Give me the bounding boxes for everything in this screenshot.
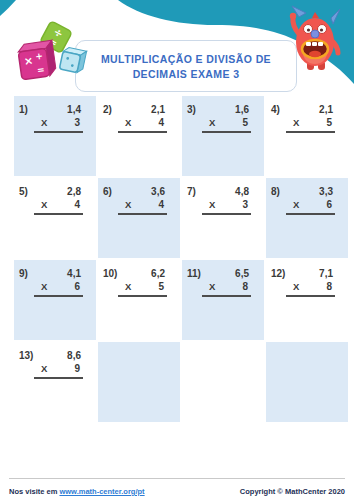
multiplier: 4 (158, 199, 164, 210)
problem-number: 10) (103, 268, 117, 279)
footer-visit-text: Nos visite em (9, 487, 57, 496)
multiplicand: 2,1 (319, 104, 333, 115)
multiply-sign: X (209, 281, 215, 292)
problem-cell-4: 4) 2,1 X 5 (266, 96, 348, 176)
multiply-sign: X (293, 281, 299, 292)
problems-grid: 1) 1,4 X 3 2) 2,1 X 4 3) 1,6 X 5 4) 2,1 … (14, 96, 348, 422)
answer-line (34, 295, 83, 297)
answer-line (286, 295, 335, 297)
problem-cell-11: 11) 6,5 X 8 (182, 260, 264, 340)
multiplicand: 1,6 (235, 104, 249, 115)
answer-line (202, 295, 251, 297)
svg-text:+: + (35, 51, 44, 62)
footer-copyright: Copyright © MathCenter 2020 (240, 487, 345, 496)
problem-number: 4) (271, 104, 280, 115)
problem-number: 7) (187, 186, 196, 197)
multiply-sign: X (209, 199, 215, 210)
multiply-sign: X (125, 199, 131, 210)
multiplier: 3 (242, 199, 248, 210)
multiplier: 4 (158, 117, 164, 128)
problem-cell-8: 8) 3,3 X 6 (266, 178, 348, 258)
multiplier: 8 (326, 281, 332, 292)
problem-number: 2) (103, 104, 112, 115)
multiply-sign: X (41, 363, 47, 374)
problem-number: 11) (187, 268, 201, 279)
footer-visit: Nos visite em www.math-center.org/pt (9, 487, 145, 496)
multiplicand: 6,5 (235, 268, 249, 279)
answer-line (202, 131, 251, 133)
problem-cell-3: 3) 1,6 X 5 (182, 96, 264, 176)
multiplicand: 8,6 (67, 350, 81, 361)
problem-cell-5: 5) 2,8 X 4 (14, 178, 96, 258)
multiplicand: 6,2 (151, 268, 165, 279)
multiply-sign: X (293, 117, 299, 128)
answer-line (286, 213, 335, 215)
worksheet-title-line2: DECIMAIS EXAME 3 (133, 68, 240, 80)
answer-line (202, 213, 251, 215)
multiplier: 5 (326, 117, 332, 128)
answer-line (286, 131, 335, 133)
svg-text:×: × (23, 54, 34, 68)
answer-line (34, 213, 83, 215)
answer-line (118, 295, 167, 297)
problem-cell-1: 1) 1,4 X 3 (14, 96, 96, 176)
multiply-sign: X (209, 117, 215, 128)
problem-cell-2: 2) 2,1 X 4 (98, 96, 180, 176)
multiply-sign: X (125, 281, 131, 292)
worksheet-page: ÷ = × = + (0, 0, 354, 500)
multiply-sign: X (125, 117, 131, 128)
multiplier: 9 (74, 363, 80, 374)
answer-line (118, 131, 167, 133)
multiplicand: 2,1 (151, 104, 165, 115)
footer: Nos visite em www.math-center.org/pt Cop… (9, 478, 345, 496)
problem-number: 13) (19, 350, 33, 361)
problem-number: 6) (103, 186, 112, 197)
answer-line (34, 377, 83, 379)
problem-number: 9) (19, 268, 28, 279)
problem-cell-10: 10) 6,2 X 5 (98, 260, 180, 340)
problem-cell-9: 9) 4,1 X 6 (14, 260, 96, 340)
problem-number: 3) (187, 104, 196, 115)
answer-line (34, 131, 83, 133)
footer-site-link[interactable]: www.math-center.org/pt (59, 487, 144, 496)
answer-line (118, 213, 167, 215)
problem-cell-7: 7) 4,8 X 3 (182, 178, 264, 258)
multiplier: 6 (326, 199, 332, 210)
math-dice-icon: ÷ = × = + (10, 20, 92, 92)
empty-work-cell (266, 342, 348, 422)
multiplier: 6 (74, 281, 80, 292)
multiplicand: 7,1 (319, 268, 333, 279)
multiply-sign: X (41, 281, 47, 292)
monster-mascot-icon (286, 4, 344, 72)
multiplier: 5 (158, 281, 164, 292)
multiply-sign: X (41, 199, 47, 210)
worksheet-title-box: MULTIPLICAÇÃO E DIVISÃO DE DECIMAIS EXAM… (75, 40, 297, 92)
problem-number: 1) (19, 104, 28, 115)
empty-work-cell (182, 342, 264, 422)
multiplier: 5 (242, 117, 248, 128)
worksheet-title-line1: MULTIPLICAÇÃO E DIVISÃO DE (101, 53, 271, 65)
multiplier: 4 (74, 199, 80, 210)
problem-cell-6: 6) 3,6 X 4 (98, 178, 180, 258)
multiplicand: 3,6 (151, 186, 165, 197)
problem-cell-13: 13) 8,6 X 9 (14, 342, 96, 422)
problem-number: 8) (271, 186, 280, 197)
problem-number: 5) (19, 186, 28, 197)
multiplier: 8 (242, 281, 248, 292)
multiply-sign: X (293, 199, 299, 210)
multiplicand: 4,8 (235, 186, 249, 197)
problem-number: 12) (271, 268, 285, 279)
multiplicand: 2,8 (67, 186, 81, 197)
svg-text:=: = (36, 65, 45, 76)
multiply-sign: X (41, 117, 47, 128)
problem-cell-12: 12) 7,1 X 8 (266, 260, 348, 340)
multiplier: 3 (74, 117, 80, 128)
multiplicand: 4,1 (67, 268, 81, 279)
empty-work-cell (98, 342, 180, 422)
multiplicand: 1,4 (67, 104, 81, 115)
multiplicand: 3,3 (319, 186, 333, 197)
